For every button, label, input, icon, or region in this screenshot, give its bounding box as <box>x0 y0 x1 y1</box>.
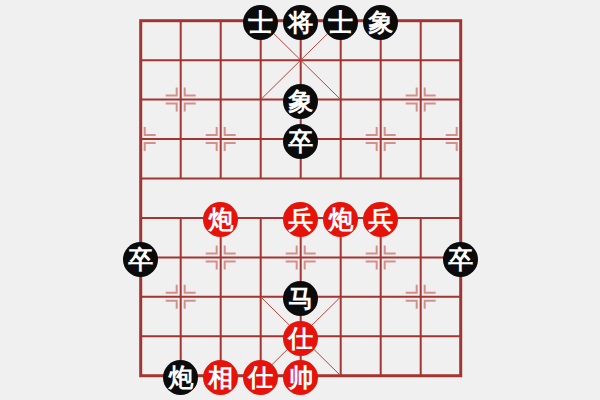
board-intersection[interactable] <box>161 82 201 121</box>
black-cannon-piece[interactable]: 炮 <box>163 360 198 395</box>
board-intersection[interactable]: 仕 <box>241 358 281 397</box>
board-intersection[interactable]: 炮 <box>321 200 361 239</box>
board-intersection[interactable] <box>241 279 281 318</box>
red-cannon-piece[interactable]: 炮 <box>203 202 238 237</box>
board-intersection[interactable] <box>121 121 161 160</box>
board-intersection[interactable] <box>201 319 241 358</box>
board-intersection[interactable] <box>441 3 481 42</box>
board-intersection[interactable] <box>121 279 161 318</box>
board-intersection[interactable] <box>201 161 241 200</box>
pieces-grid: 士将士象象卒炮兵炮兵卒卒马仕炮相仕帅 <box>121 3 481 397</box>
board-intersection[interactable] <box>321 161 361 200</box>
board-intersection[interactable] <box>161 279 201 318</box>
board-intersection[interactable] <box>241 319 281 358</box>
board-intersection[interactable] <box>121 358 161 397</box>
board-intersection[interactable] <box>201 42 241 81</box>
board-intersection[interactable] <box>121 200 161 239</box>
board-intersection[interactable] <box>321 319 361 358</box>
board-intersection[interactable] <box>321 121 361 160</box>
board-intersection[interactable] <box>361 42 401 81</box>
board-intersection[interactable] <box>201 82 241 121</box>
board-intersection[interactable] <box>441 121 481 160</box>
board-intersection[interactable] <box>321 279 361 318</box>
board-intersection[interactable]: 象 <box>361 3 401 42</box>
board-intersection[interactable] <box>121 42 161 81</box>
board-intersection[interactable]: 兵 <box>361 200 401 239</box>
black-horse-piece[interactable]: 马 <box>283 281 318 316</box>
board-intersection[interactable] <box>241 42 281 81</box>
board-intersection[interactable] <box>281 161 321 200</box>
red-elephant-piece[interactable]: 相 <box>203 360 238 395</box>
black-soldier-piece[interactable]: 卒 <box>123 242 158 277</box>
board-intersection[interactable] <box>121 82 161 121</box>
board-intersection[interactable] <box>441 358 481 397</box>
board-intersection[interactable] <box>441 82 481 121</box>
board-intersection[interactable]: 炮 <box>161 358 201 397</box>
black-advisor-piece[interactable]: 士 <box>243 5 278 40</box>
board-intersection[interactable]: 象 <box>281 82 321 121</box>
board-intersection[interactable] <box>321 82 361 121</box>
black-elephant-piece[interactable]: 象 <box>283 84 318 119</box>
board-intersection[interactable] <box>321 358 361 397</box>
board-intersection[interactable]: 炮 <box>201 200 241 239</box>
board-intersection[interactable] <box>401 121 441 160</box>
board-intersection[interactable] <box>401 42 441 81</box>
board-intersection[interactable] <box>361 82 401 121</box>
board-intersection[interactable] <box>281 240 321 279</box>
black-general-piece[interactable]: 将 <box>283 5 318 40</box>
board-intersection[interactable] <box>401 319 441 358</box>
board-intersection[interactable] <box>401 82 441 121</box>
board-intersection[interactable] <box>361 121 401 160</box>
board-intersection[interactable] <box>361 319 401 358</box>
board-intersection[interactable] <box>241 82 281 121</box>
board-intersection[interactable]: 相 <box>201 358 241 397</box>
xiangqi-board: 士将士象象卒炮兵炮兵卒卒马仕炮相仕帅 <box>0 0 600 400</box>
board-intersection[interactable] <box>161 200 201 239</box>
board-intersection[interactable]: 马 <box>281 279 321 318</box>
board-intersection[interactable] <box>161 3 201 42</box>
board-intersection[interactable]: 士 <box>321 3 361 42</box>
board-intersection[interactable]: 卒 <box>281 121 321 160</box>
board-intersection[interactable] <box>401 3 441 42</box>
board-intersection[interactable] <box>161 161 201 200</box>
red-cannon-piece[interactable]: 炮 <box>323 202 358 237</box>
board-intersection[interactable] <box>401 200 441 239</box>
board-intersection[interactable]: 卒 <box>441 240 481 279</box>
board-intersection[interactable] <box>241 240 281 279</box>
board-intersection[interactable] <box>321 240 361 279</box>
board-intersection[interactable] <box>161 121 201 160</box>
red-advisor-piece[interactable]: 仕 <box>283 321 318 356</box>
board-intersection[interactable]: 兵 <box>281 200 321 239</box>
board-intersection[interactable]: 将 <box>281 3 321 42</box>
board-intersection[interactable] <box>361 279 401 318</box>
board-intersection[interactable] <box>361 240 401 279</box>
red-advisor-piece[interactable]: 仕 <box>243 360 278 395</box>
board-intersection[interactable] <box>241 121 281 160</box>
board-intersection[interactable] <box>161 240 201 279</box>
board-intersection[interactable] <box>121 3 161 42</box>
board-intersection[interactable]: 仕 <box>281 319 321 358</box>
black-soldier-piece[interactable]: 卒 <box>283 124 318 159</box>
red-general-piece[interactable]: 帅 <box>283 360 318 395</box>
board-intersection[interactable] <box>401 279 441 318</box>
board-intersection[interactable] <box>161 42 201 81</box>
board-intersection[interactable]: 士 <box>241 3 281 42</box>
board-intersection[interactable] <box>441 319 481 358</box>
board-intersection[interactable]: 帅 <box>281 358 321 397</box>
board-intersection[interactable] <box>441 279 481 318</box>
board-intersection[interactable] <box>241 161 281 200</box>
red-soldier-piece[interactable]: 兵 <box>283 202 318 237</box>
red-soldier-piece[interactable]: 兵 <box>363 202 398 237</box>
board-intersection[interactable] <box>161 319 201 358</box>
board-intersection[interactable] <box>201 3 241 42</box>
board-intersection[interactable] <box>401 358 441 397</box>
black-elephant-piece[interactable]: 象 <box>363 5 398 40</box>
board-intersection[interactable] <box>121 161 161 200</box>
board-intersection[interactable] <box>441 200 481 239</box>
board-intersection[interactable] <box>241 200 281 239</box>
black-soldier-piece[interactable]: 卒 <box>443 242 478 277</box>
board-intersection[interactable] <box>121 319 161 358</box>
board-intersection[interactable] <box>441 161 481 200</box>
board-intersection[interactable] <box>201 240 241 279</box>
board-intersection[interactable] <box>401 240 441 279</box>
board-intersection[interactable] <box>441 42 481 81</box>
board-intersection[interactable] <box>201 279 241 318</box>
board-intersection[interactable] <box>201 121 241 160</box>
board-intersection[interactable] <box>321 42 361 81</box>
board-intersection[interactable]: 卒 <box>121 240 161 279</box>
board-intersection[interactable] <box>361 161 401 200</box>
board-intersection[interactable] <box>281 42 321 81</box>
board-intersection[interactable] <box>401 161 441 200</box>
board-intersection[interactable] <box>361 358 401 397</box>
black-advisor-piece[interactable]: 士 <box>323 5 358 40</box>
